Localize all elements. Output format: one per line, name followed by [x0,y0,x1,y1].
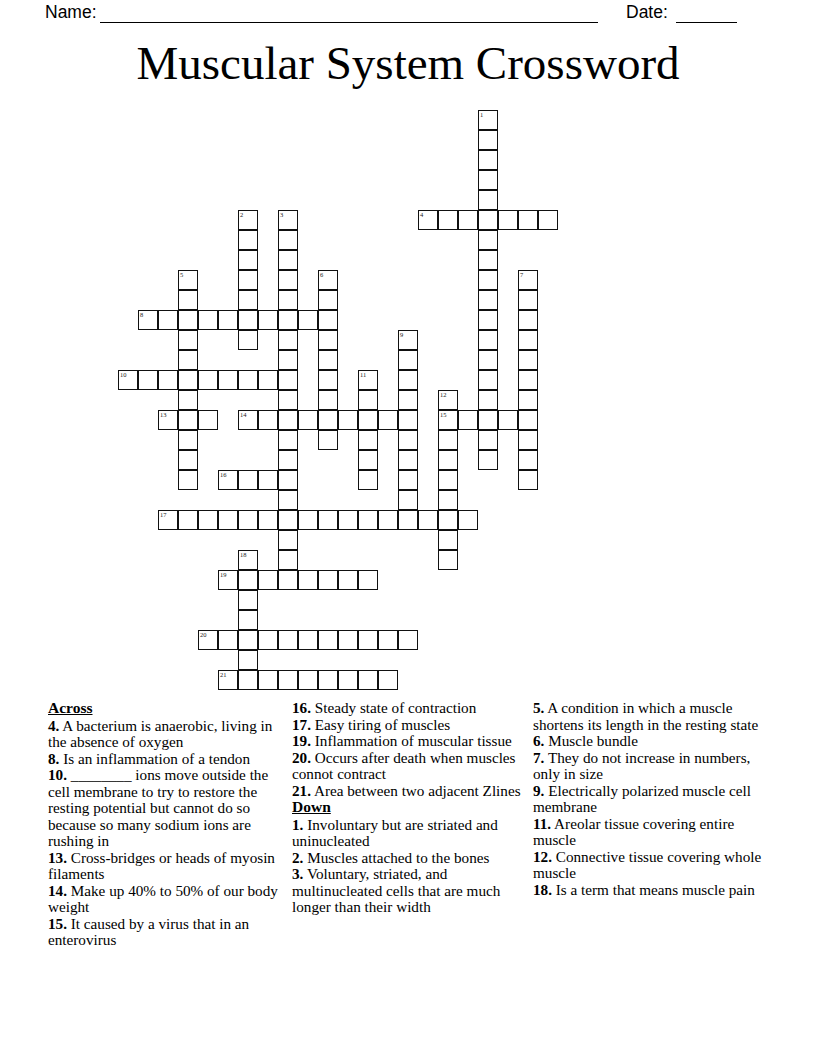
clue-column-left: Across4. A bacterium is anaerobic, livin… [48,700,288,949]
grid-cell-r5c6[interactable]: 2 [238,210,258,230]
down-clues-header: Down [292,799,530,816]
grid-cell-r18c14[interactable] [398,470,418,490]
grid-cell-r15c2[interactable]: 13 [158,410,178,430]
grid-cell-r5c21[interactable] [538,210,558,230]
grid-cell-r13c1[interactable] [138,370,158,390]
clue-14: 14. Make up 40% to 50% of our body weigh… [48,883,288,916]
clue-12: 12. Connective tissue covering whole mus… [533,849,779,882]
cell-number-3: 3 [280,211,283,218]
clue-number: 4. [48,717,59,734]
clue-number: 9. [533,782,544,799]
grid-cell-r17c8[interactable] [278,450,298,470]
grid-cell-r5c18[interactable] [478,210,498,230]
grid-cell-r26c7[interactable] [258,630,278,650]
grid-cell-r20c2[interactable]: 17 [158,510,178,530]
grid-cell-r20c12[interactable] [358,510,378,530]
grid-cell-r17c18[interactable] [478,450,498,470]
grid-cell-r13c12[interactable]: 11 [358,370,378,390]
clue-number: 3. [292,865,303,882]
grid-cell-r20c7[interactable] [258,510,278,530]
grid-cell-r13c5[interactable] [218,370,238,390]
name-label: Name: [45,2,97,23]
grid-cell-r14c10[interactable] [318,390,338,410]
clue-10: 10. ________ ions move outside the cell … [48,767,288,850]
grid-cell-r20c10[interactable] [318,510,338,530]
clue-number: 11. [533,815,551,832]
grid-cell-r13c6[interactable] [238,370,258,390]
clue-number: 1. [292,816,303,833]
grid-cell-r11c10[interactable] [318,330,338,350]
grid-cell-r16c3[interactable] [178,430,198,450]
grid-cell-r11c8[interactable] [278,330,298,350]
grid-cell-r12c10[interactable] [318,350,338,370]
cell-number-1: 1 [480,111,483,118]
clue-number: 7. [533,749,544,766]
clue-column-right: 5. A condition in which a muscle shorten… [533,700,779,898]
grid-cell-r26c11[interactable] [338,630,358,650]
grid-cell-r20c16[interactable] [438,510,458,530]
cell-number-16: 16 [220,471,227,478]
clue-15: 15. It caused by a virus that in an ente… [48,916,288,949]
grid-cell-r8c10[interactable]: 6 [318,270,338,290]
clue-19: 19. Inflammation of muscular tissue [292,733,530,750]
grid-cell-r3c18[interactable] [478,170,498,190]
grid-cell-r10c6[interactable] [238,310,258,330]
grid-cell-r20c9[interactable] [298,510,318,530]
crossword-grid: 123456789101112131415161718192021 [118,110,558,690]
grid-cell-r28c13[interactable] [378,670,398,690]
grid-cell-r15c19[interactable] [498,410,518,430]
grid-cell-r28c8[interactable] [278,670,298,690]
clue-2: 2. Muscles attached to the bones [292,850,530,867]
grid-cell-r22c16[interactable] [438,550,458,570]
grid-cell-r15c10[interactable] [318,410,338,430]
grid-cell-r28c12[interactable] [358,670,378,690]
grid-cell-r23c8[interactable] [278,570,298,590]
grid-cell-r5c8[interactable]: 3 [278,210,298,230]
grid-cell-r20c11[interactable] [338,510,358,530]
page-title: Muscular System Crossword [0,36,816,90]
grid-cell-r17c12[interactable] [358,450,378,470]
grid-cell-r25c6[interactable] [238,610,258,630]
grid-cell-r9c10[interactable] [318,290,338,310]
cell-number-19: 19 [220,571,227,578]
grid-cell-r20c14[interactable] [398,510,418,530]
clue-number: 17. [292,716,311,733]
grid-cell-r18c7[interactable] [258,470,278,490]
cell-number-5: 5 [180,271,183,278]
grid-cell-r13c20[interactable] [518,370,538,390]
cell-number-14: 14 [240,411,247,418]
grid-cell-r10c8[interactable] [278,310,298,330]
grid-cell-r15c4[interactable] [198,410,218,430]
clue-4: 4. A bacterium is anaerobic, living in t… [48,718,288,751]
clue-18: 18. Is a term that means muscle pain [533,882,779,899]
grid-cell-r21c8[interactable] [278,530,298,550]
grid-cell-r23c11[interactable] [338,570,358,590]
grid-cell-r20c8[interactable] [278,510,298,530]
clue-number: 10. [48,766,67,783]
clue-20: 20. Occurs after death when muscles conn… [292,750,530,783]
grid-cell-r15c18[interactable] [478,410,498,430]
grid-cell-r17c14[interactable] [398,450,418,470]
grid-cell-r28c7[interactable] [258,670,278,690]
grid-cell-r18c5[interactable]: 16 [218,470,238,490]
grid-cell-r24c6[interactable] [238,590,258,610]
grid-cell-r16c16[interactable] [438,430,458,450]
grid-cell-r15c13[interactable] [378,410,398,430]
grid-cell-r5c19[interactable] [498,210,518,230]
grid-cell-r0c18[interactable]: 1 [478,110,498,130]
date-fill-line[interactable] [676,2,737,23]
grid-cell-r7c6[interactable] [238,250,258,270]
grid-cell-r20c17[interactable] [458,510,478,530]
grid-cell-r5c16[interactable] [438,210,458,230]
grid-cell-r19c14[interactable] [398,490,418,510]
grid-cell-r9c8[interactable] [278,290,298,310]
grid-cell-r8c3[interactable]: 5 [178,270,198,290]
grid-cell-r19c8[interactable] [278,490,298,510]
cell-number-6: 6 [320,271,323,278]
clue-3: 3. Voluntary, striated, and multinucleat… [292,866,530,916]
grid-cell-r17c3[interactable] [178,450,198,470]
grid-cell-r10c10[interactable] [318,310,338,330]
clue-number: 21. [292,782,311,799]
grid-cell-r27c6[interactable] [238,650,258,670]
grid-cell-r26c6[interactable] [238,630,258,650]
grid-cell-r14c16[interactable]: 12 [438,390,458,410]
grid-cell-r14c14[interactable] [398,390,418,410]
grid-cell-r13c3[interactable] [178,370,198,390]
grid-cell-r10c20[interactable] [518,310,538,330]
cell-number-12: 12 [440,391,447,398]
grid-cell-r6c8[interactable] [278,230,298,250]
grid-cell-r26c4[interactable]: 20 [198,630,218,650]
clue-16: 16. Steady state of contraction [292,700,530,717]
grid-cell-r8c6[interactable] [238,270,258,290]
grid-cell-r16c10[interactable] [318,430,338,450]
grid-cell-r13c7[interactable] [258,370,278,390]
grid-cell-r18c3[interactable] [178,470,198,490]
grid-cell-r20c3[interactable] [178,510,198,530]
across-clues-header: Across [48,700,288,717]
grid-cell-r15c14[interactable] [398,410,418,430]
grid-cell-r11c6[interactable] [238,330,258,350]
clue-column-middle: 16. Steady state of contraction17. Easy … [292,700,530,916]
grid-cell-r13c8[interactable] [278,370,298,390]
grid-cell-r17c20[interactable] [518,450,538,470]
grid-cell-r23c10[interactable] [318,570,338,590]
grid-cell-r15c20[interactable] [518,410,538,430]
grid-cell-r13c2[interactable] [158,370,178,390]
grid-cell-r16c14[interactable] [398,430,418,450]
grid-cell-r14c3[interactable] [178,390,198,410]
grid-cell-r26c13[interactable] [378,630,398,650]
grid-cell-r5c20[interactable] [518,210,538,230]
grid-cell-r15c16[interactable]: 15 [438,410,458,430]
cell-number-9: 9 [400,331,403,338]
grid-cell-r18c6[interactable] [238,470,258,490]
grid-cell-r4c18[interactable] [478,190,498,210]
grid-cell-r13c0[interactable]: 10 [118,370,138,390]
cell-number-18: 18 [240,551,247,558]
clue-13: 13. Cross-bridges or heads of myosin fil… [48,850,288,883]
clue-21: 21. Area between two adjacent Zlines [292,783,530,800]
grid-cell-r5c17[interactable] [458,210,478,230]
worksheet-page: { "game": "crossword", "header": { "name… [0,0,816,1056]
clue-number: 8. [48,750,59,767]
grid-cell-r28c11[interactable] [338,670,358,690]
grid-cell-r16c12[interactable] [358,430,378,450]
grid-cell-r28c6[interactable] [238,670,258,690]
grid-cell-r20c6[interactable] [238,510,258,530]
grid-cell-r18c8[interactable] [278,470,298,490]
grid-cell-r14c12[interactable] [358,390,378,410]
grid-cell-r6c6[interactable] [238,230,258,250]
grid-cell-r15c3[interactable] [178,410,198,430]
grid-cell-r13c18[interactable] [478,370,498,390]
cell-number-13: 13 [160,411,167,418]
cell-number-10: 10 [120,371,127,378]
grid-cell-r8c20[interactable]: 7 [518,270,538,290]
clue-1: 1. Involuntary but are striated and unin… [292,817,530,850]
grid-cell-r10c18[interactable] [478,310,498,330]
cell-number-8: 8 [140,311,143,318]
grid-cell-r11c20[interactable] [518,330,538,350]
grid-cell-r26c14[interactable] [398,630,418,650]
grid-cell-r15c8[interactable] [278,410,298,430]
grid-cell-r20c15[interactable] [418,510,438,530]
grid-cell-r16c18[interactable] [478,430,498,450]
grid-cell-r10c4[interactable] [198,310,218,330]
cell-number-2: 2 [240,211,243,218]
cell-number-15: 15 [440,411,447,418]
grid-cell-r26c10[interactable] [318,630,338,650]
clue-number: 18. [533,881,552,898]
grid-cell-r12c8[interactable] [278,350,298,370]
clue-11: 11. Areolar tissue covering entire muscl… [533,816,779,849]
grid-cell-r5c15[interactable]: 4 [418,210,438,230]
grid-cell-r23c7[interactable] [258,570,278,590]
grid-cell-r20c13[interactable] [378,510,398,530]
grid-cell-r22c8[interactable] [278,550,298,570]
grid-cell-r23c12[interactable] [358,570,378,590]
grid-cell-r20c5[interactable] [218,510,238,530]
grid-cell-r26c8[interactable] [278,630,298,650]
grid-cell-r19c16[interactable] [438,490,458,510]
grid-cell-r12c14[interactable] [398,350,418,370]
cell-number-21: 21 [220,671,227,678]
grid-cell-r28c9[interactable] [298,670,318,690]
clue-number: 16. [292,699,311,716]
grid-cell-r14c18[interactable] [478,390,498,410]
grid-cell-r13c4[interactable] [198,370,218,390]
grid-cell-r17c16[interactable] [438,450,458,470]
grid-cell-r16c20[interactable] [518,430,538,450]
grid-cell-r13c10[interactable] [318,370,338,390]
grid-cell-r9c6[interactable] [238,290,258,310]
grid-cell-r23c6[interactable] [238,570,258,590]
grid-cell-r13c14[interactable] [398,370,418,390]
clue-number: 19. [292,732,311,749]
grid-cell-r10c1[interactable]: 8 [138,310,158,330]
name-fill-line[interactable] [100,2,598,23]
grid-cell-r2c18[interactable] [478,150,498,170]
grid-cell-r14c20[interactable] [518,390,538,410]
grid-cell-r9c3[interactable] [178,290,198,310]
grid-cell-r23c5[interactable]: 19 [218,570,238,590]
grid-cell-r11c14[interactable]: 9 [398,330,418,350]
grid-cell-r10c5[interactable] [218,310,238,330]
grid-cell-r15c9[interactable] [298,410,318,430]
grid-cell-r15c6[interactable]: 14 [238,410,258,430]
grid-cell-r10c3[interactable] [178,310,198,330]
grid-cell-r12c20[interactable] [518,350,538,370]
clue-number: 14. [48,882,67,899]
grid-cell-r18c16[interactable] [438,470,458,490]
clue-number: 13. [48,849,67,866]
grid-cell-r12c18[interactable] [478,350,498,370]
grid-cell-r21c16[interactable] [438,530,458,550]
grid-cell-r11c3[interactable] [178,330,198,350]
grid-cell-r10c9[interactable] [298,310,318,330]
clue-number: 15. [48,915,67,932]
clue-17: 17. Easy tiring of muscles [292,717,530,734]
grid-cell-r12c3[interactable] [178,350,198,370]
clue-9: 9. Electrically polarized muscle cell me… [533,783,779,816]
date-label: Date: [626,2,668,23]
clue-number: 20. [292,749,311,766]
cell-number-7: 7 [520,271,523,278]
grid-cell-r22c6[interactable]: 18 [238,550,258,570]
clue-6: 6. Muscle bundle [533,733,779,750]
grid-cell-r16c8[interactable] [278,430,298,450]
grid-cell-r28c5[interactable]: 21 [218,670,238,690]
clue-7: 7. They do not increase in numbers, only… [533,750,779,783]
grid-cell-r15c11[interactable] [338,410,358,430]
grid-cell-r10c7[interactable] [258,310,278,330]
grid-cell-r9c18[interactable] [478,290,498,310]
cell-number-20: 20 [200,631,207,638]
clue-number: 6. [533,732,544,749]
grid-cell-r18c20[interactable] [518,470,538,490]
grid-cell-r14c8[interactable] [278,390,298,410]
cell-number-17: 17 [160,511,167,518]
grid-cell-r20c4[interactable] [198,510,218,530]
grid-cell-r23c9[interactable] [298,570,318,590]
grid-cell-r1c18[interactable] [478,130,498,150]
grid-cell-r18c12[interactable] [358,470,378,490]
clue-8: 8. Is an inflammation of a tendon [48,751,288,768]
clue-number: 2. [292,849,303,866]
grid-cell-r8c8[interactable] [278,270,298,290]
grid-cell-r7c18[interactable] [478,250,498,270]
grid-cell-r7c8[interactable] [278,250,298,270]
grid-cell-r11c18[interactable] [478,330,498,350]
grid-cell-r10c2[interactable] [158,310,178,330]
clue-number: 12. [533,848,552,865]
grid-cell-r26c9[interactable] [298,630,318,650]
grid-cell-r26c12[interactable] [358,630,378,650]
grid-cell-r6c18[interactable] [478,230,498,250]
clue-5: 5. A condition in which a muscle shorten… [533,700,779,733]
grid-cell-r15c17[interactable] [458,410,478,430]
grid-cell-r9c20[interactable] [518,290,538,310]
grid-cell-r8c18[interactable] [478,270,498,290]
grid-cell-r15c7[interactable] [258,410,278,430]
grid-cell-r15c12[interactable] [358,410,378,430]
grid-cell-r26c5[interactable] [218,630,238,650]
cell-number-11: 11 [360,371,366,378]
grid-cell-r28c10[interactable] [318,670,338,690]
clue-number: 5. [533,699,544,716]
cell-number-4: 4 [420,211,423,218]
